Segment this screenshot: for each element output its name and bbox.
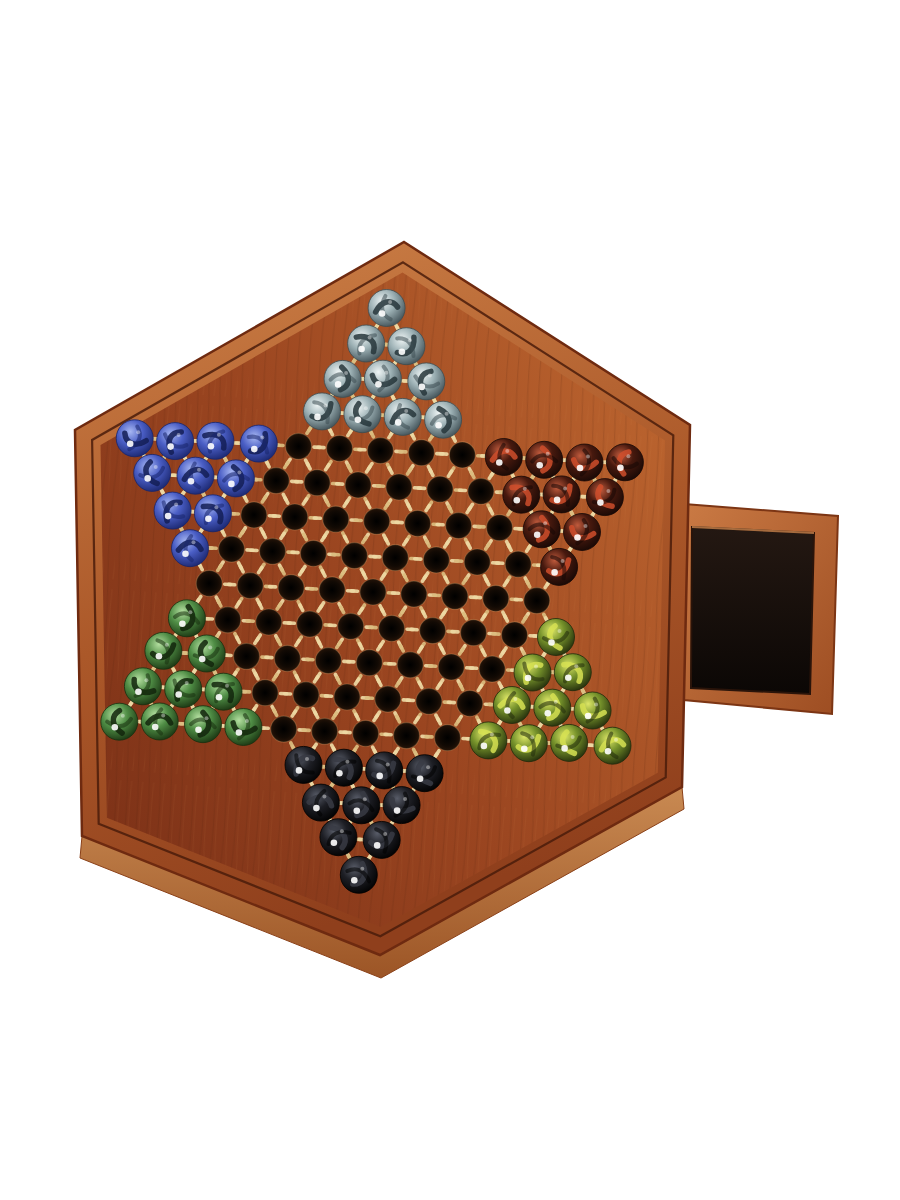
hole-r10-c2[interactable] (234, 643, 260, 669)
marble-blue-r5-c2[interactable] (217, 460, 254, 497)
hole-r7-c1[interactable] (219, 536, 245, 562)
chinese-checkers-photo (0, 0, 900, 1200)
marble-yellowgreen-r11-c9[interactable] (493, 687, 530, 724)
marble-black-r13-c2[interactable] (366, 752, 403, 789)
marble-green-r12-c0[interactable] (101, 703, 138, 740)
hole-r6-c3[interactable] (282, 504, 308, 530)
hole-r8-c5[interactable] (401, 581, 427, 607)
marble-red-r5-c10[interactable] (543, 476, 580, 513)
hole-r5-c3[interactable] (263, 468, 289, 494)
hole-r9-c7[interactable] (461, 620, 487, 646)
hole-r12-c7[interactable] (394, 723, 420, 749)
marble-blue-r4-c0[interactable] (116, 420, 153, 457)
hole-r8-c4[interactable] (360, 579, 386, 605)
marble-yellowgreen-r11-c11[interactable] (574, 692, 611, 729)
marble-red-r6-c9[interactable] (523, 511, 560, 548)
marble-red-r4-c12[interactable] (606, 444, 643, 481)
hole-r6-c6[interactable] (405, 510, 431, 536)
hole-r11-c5[interactable] (334, 684, 360, 710)
marble-green-r12-c1[interactable] (141, 703, 178, 740)
marble-gray-r3-c1[interactable] (344, 396, 381, 433)
drawer-interior (691, 527, 814, 694)
product-photo-stage (0, 0, 900, 1200)
hole-r5-c7[interactable] (427, 476, 453, 502)
hole-r6-c8[interactable] (487, 515, 513, 541)
marble-gray-r3-c2[interactable] (384, 398, 421, 435)
hole-r9-c8[interactable] (502, 622, 528, 648)
marble-green-r11-c0[interactable] (124, 668, 161, 705)
hole-r7-c7[interactable] (464, 549, 490, 575)
hole-r11-c6[interactable] (375, 686, 401, 712)
marble-red-r4-c9[interactable] (485, 439, 522, 476)
marble-gray-r2-c0[interactable] (324, 360, 361, 397)
marble-blue-r4-c3[interactable] (240, 425, 277, 462)
marble-yellowgreen-r12-c10[interactable] (510, 725, 547, 762)
hole-r9-c5[interactable] (379, 615, 405, 641)
marble-gray-r3-c0[interactable] (304, 393, 341, 430)
marble-blue-r7-c0[interactable] (172, 530, 209, 567)
hole-r7-c6[interactable] (423, 547, 449, 573)
hole-r8-c6[interactable] (442, 583, 468, 609)
marble-gray-r0-c0[interactable] (368, 290, 405, 327)
marble-red-r5-c11[interactable] (586, 479, 623, 516)
hole-r11-c4[interactable] (293, 682, 319, 708)
marble-black-r14-c2[interactable] (383, 787, 420, 824)
marble-green-r11-c2[interactable] (205, 673, 242, 710)
hole-r4-c6[interactable] (367, 438, 393, 464)
marble-green-r11-c1[interactable] (165, 671, 202, 708)
marble-green-r12-c3[interactable] (225, 709, 262, 746)
hole-r7-c8[interactable] (505, 551, 531, 577)
hole-r9-c3[interactable] (297, 611, 323, 637)
hole-r11-c3[interactable] (252, 680, 278, 706)
marble-yellowgreen-r12-c9[interactable] (470, 722, 507, 759)
hole-r4-c5[interactable] (327, 435, 353, 461)
marble-yellowgreen-r9-c9[interactable] (538, 619, 575, 656)
marble-black-r14-c1[interactable] (343, 787, 380, 824)
marble-black-r15-c1[interactable] (363, 821, 400, 858)
hole-r7-c5[interactable] (382, 545, 408, 571)
marble-gray-r2-c1[interactable] (364, 360, 401, 397)
marble-yellowgreen-r12-c11[interactable] (551, 724, 588, 761)
hole-r5-c8[interactable] (468, 478, 494, 504)
hole-r12-c5[interactable] (312, 718, 338, 744)
marble-yellowgreen-r11-c10[interactable] (534, 689, 571, 726)
hole-r10-c7[interactable] (438, 654, 464, 680)
hole-r5-c5[interactable] (345, 472, 371, 498)
marble-black-r15-c0[interactable] (320, 819, 357, 856)
marble-green-r10-c1[interactable] (188, 635, 225, 672)
marble-yellowgreen-r10-c10[interactable] (554, 654, 591, 691)
marble-gray-r3-c3[interactable] (425, 401, 462, 438)
hole-r7-c2[interactable] (260, 538, 286, 564)
hole-r6-c4[interactable] (323, 506, 349, 532)
hole-r10-c6[interactable] (397, 652, 423, 678)
hole-r4-c8[interactable] (449, 442, 475, 468)
hole-r6-c7[interactable] (446, 513, 472, 539)
hole-r12-c4[interactable] (271, 716, 297, 742)
hole-r10-c3[interactable] (274, 645, 300, 671)
marble-red-r7-c9[interactable] (541, 548, 578, 585)
hole-r9-c4[interactable] (338, 613, 364, 639)
hole-r8-c8[interactable] (524, 588, 550, 614)
hole-r9-c6[interactable] (420, 618, 446, 644)
hole-r10-c4[interactable] (315, 648, 341, 674)
hole-r11-c8[interactable] (457, 690, 483, 716)
hole-r5-c6[interactable] (386, 474, 412, 500)
marble-red-r4-c10[interactable] (526, 441, 563, 478)
marble-black-r16-c0[interactable] (340, 856, 377, 893)
marble-blue-r5-c0[interactable] (134, 454, 171, 491)
marble-red-r6-c10[interactable] (564, 514, 601, 551)
hole-r8-c3[interactable] (319, 577, 345, 603)
marble-black-r13-c0[interactable] (285, 746, 322, 783)
hole-r8-c7[interactable] (483, 585, 509, 611)
marble-blue-r6-c1[interactable] (194, 495, 231, 532)
marble-gray-r1-c1[interactable] (388, 328, 425, 365)
hole-r8-c2[interactable] (278, 575, 304, 601)
hole-r7-c3[interactable] (300, 540, 326, 566)
hole-r12-c6[interactable] (353, 720, 379, 746)
marble-yellowgreen-r12-c12[interactable] (594, 727, 631, 764)
hole-r8-c0[interactable] (196, 570, 222, 596)
marble-gray-r1-c0[interactable] (348, 325, 385, 362)
hole-r10-c8[interactable] (479, 656, 505, 682)
marble-green-r9-c0[interactable] (168, 600, 205, 637)
marble-black-r13-c1[interactable] (325, 749, 362, 786)
marble-yellowgreen-r10-c9[interactable] (514, 654, 551, 691)
hole-r11-c7[interactable] (416, 688, 442, 714)
hole-r4-c4[interactable] (286, 433, 312, 459)
marble-red-r4-c11[interactable] (566, 444, 603, 481)
hole-r12-c8[interactable] (435, 725, 461, 751)
marble-gray-r2-c2[interactable] (408, 363, 445, 400)
marble-blue-r6-c0[interactable] (154, 492, 191, 529)
hole-r6-c5[interactable] (364, 508, 390, 534)
marble-green-r10-c0[interactable] (145, 632, 182, 669)
marble-blue-r4-c1[interactable] (157, 423, 194, 460)
storage-drawer[interactable] (684, 504, 838, 714)
marble-blue-r4-c2[interactable] (197, 422, 234, 459)
marble-blue-r5-c1[interactable] (177, 457, 214, 494)
marble-green-r12-c2[interactable] (185, 706, 222, 743)
hole-r10-c5[interactable] (356, 650, 382, 676)
marble-red-r5-c9[interactable] (503, 476, 540, 513)
marble-black-r13-c3[interactable] (406, 755, 443, 792)
hole-r8-c1[interactable] (237, 573, 263, 599)
hole-r9-c1[interactable] (215, 607, 241, 633)
hole-r6-c2[interactable] (241, 502, 267, 528)
hole-r5-c4[interactable] (304, 470, 330, 496)
hole-r4-c7[interactable] (408, 440, 434, 466)
marble-black-r14-c0[interactable] (302, 784, 339, 821)
hole-r7-c4[interactable] (341, 543, 367, 569)
hole-r9-c2[interactable] (256, 609, 282, 635)
